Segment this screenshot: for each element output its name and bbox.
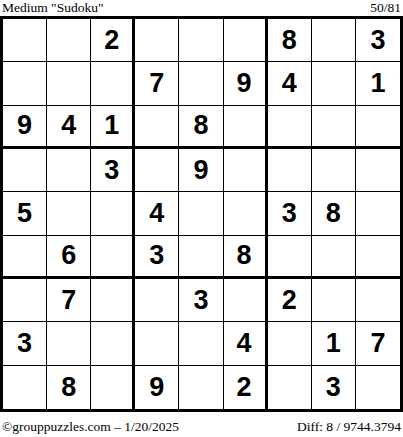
cell-r4c1-empty[interactable] <box>3 149 47 192</box>
puzzle-header: Medium "Sudoku" 50/81 <box>0 0 403 16</box>
cell-r4c2-empty[interactable] <box>47 149 91 192</box>
cell-r5c6-empty[interactable] <box>224 192 268 235</box>
cell-r3c3-given: 1 <box>91 106 135 149</box>
cell-r9c3-empty[interactable] <box>91 366 135 409</box>
cell-r1c4-empty[interactable] <box>135 19 179 62</box>
cell-r2c3-empty[interactable] <box>91 62 135 105</box>
cell-r7c6-empty[interactable] <box>224 279 268 322</box>
cell-r8c6-given: 4 <box>224 322 268 365</box>
cell-r1c5-empty[interactable] <box>179 19 223 62</box>
cell-r8c4-empty[interactable] <box>135 322 179 365</box>
cell-r8c8-given: 1 <box>312 322 356 365</box>
cell-r8c2-empty[interactable] <box>47 322 91 365</box>
cell-r5c4-given: 4 <box>135 192 179 235</box>
cell-r5c2-empty[interactable] <box>47 192 91 235</box>
cell-r9c7-empty[interactable] <box>268 366 312 409</box>
cell-r6c1-empty[interactable] <box>3 236 47 279</box>
cell-r3c9-empty[interactable] <box>356 106 400 149</box>
cell-r2c1-empty[interactable] <box>3 62 47 105</box>
cell-r5c8-given: 8 <box>312 192 356 235</box>
cell-r8c1-given: 3 <box>3 322 47 365</box>
cell-r3c2-given: 4 <box>47 106 91 149</box>
cell-r8c5-empty[interactable] <box>179 322 223 365</box>
cell-r2c6-given: 9 <box>224 62 268 105</box>
cell-r2c8-empty[interactable] <box>312 62 356 105</box>
cell-r9c2-given: 8 <box>47 366 91 409</box>
cell-r7c7-given: 2 <box>268 279 312 322</box>
cell-r6c8-empty[interactable] <box>312 236 356 279</box>
cell-r4c3-given: 3 <box>91 149 135 192</box>
cell-r4c7-empty[interactable] <box>268 149 312 192</box>
cell-r6c9-empty[interactable] <box>356 236 400 279</box>
cell-r8c3-empty[interactable] <box>91 322 135 365</box>
cell-r3c8-empty[interactable] <box>312 106 356 149</box>
cell-r5c5-empty[interactable] <box>179 192 223 235</box>
cell-r3c7-empty[interactable] <box>268 106 312 149</box>
puzzle-title: Medium "Sudoku" <box>2 0 103 16</box>
cell-r8c9-given: 7 <box>356 322 400 365</box>
cell-r6c4-given: 3 <box>135 236 179 279</box>
cell-r9c6-given: 2 <box>224 366 268 409</box>
puzzle-footer: ©grouppuzzles.com – 1/20/2025 Diff: 8 / … <box>0 419 403 435</box>
sudoku-board[interactable]: 2837941941839543863873234178923 <box>0 16 403 412</box>
cell-r4c9-empty[interactable] <box>356 149 400 192</box>
difficulty-text: Diff: 8 / 9744.3794 <box>297 419 401 435</box>
cell-r1c1-empty[interactable] <box>3 19 47 62</box>
cell-r3c4-empty[interactable] <box>135 106 179 149</box>
cell-r4c5-given: 9 <box>179 149 223 192</box>
cell-r6c2-given: 6 <box>47 236 91 279</box>
cell-r3c1-given: 9 <box>3 106 47 149</box>
cell-r4c8-empty[interactable] <box>312 149 356 192</box>
cell-r7c3-empty[interactable] <box>91 279 135 322</box>
cell-r1c2-empty[interactable] <box>47 19 91 62</box>
cell-r9c8-given: 3 <box>312 366 356 409</box>
cell-r6c7-empty[interactable] <box>268 236 312 279</box>
cell-r4c4-empty[interactable] <box>135 149 179 192</box>
cell-r2c2-empty[interactable] <box>47 62 91 105</box>
cell-r5c3-empty[interactable] <box>91 192 135 235</box>
cell-r7c9-empty[interactable] <box>356 279 400 322</box>
cell-r7c1-empty[interactable] <box>3 279 47 322</box>
cell-r5c1-given: 5 <box>3 192 47 235</box>
cell-r9c1-empty[interactable] <box>3 366 47 409</box>
cell-r1c8-empty[interactable] <box>312 19 356 62</box>
cell-r2c9-given: 1 <box>356 62 400 105</box>
cell-r5c9-empty[interactable] <box>356 192 400 235</box>
cell-r9c4-given: 9 <box>135 366 179 409</box>
cell-r7c8-empty[interactable] <box>312 279 356 322</box>
cell-r4c6-empty[interactable] <box>224 149 268 192</box>
cell-r7c2-given: 7 <box>47 279 91 322</box>
cell-r6c5-empty[interactable] <box>179 236 223 279</box>
cell-r2c7-given: 4 <box>268 62 312 105</box>
cell-r6c6-given: 8 <box>224 236 268 279</box>
cell-r7c4-empty[interactable] <box>135 279 179 322</box>
cell-r9c9-empty[interactable] <box>356 366 400 409</box>
cell-r1c3-given: 2 <box>91 19 135 62</box>
cell-r6c3-empty[interactable] <box>91 236 135 279</box>
cell-r3c5-given: 8 <box>179 106 223 149</box>
cell-r5c7-given: 3 <box>268 192 312 235</box>
cell-r8c7-empty[interactable] <box>268 322 312 365</box>
cell-r1c6-empty[interactable] <box>224 19 268 62</box>
cell-r2c5-empty[interactable] <box>179 62 223 105</box>
copyright-text: ©grouppuzzles.com – 1/20/2025 <box>2 419 179 435</box>
puzzle-page: Medium "Sudoku" 50/81 283794194183954386… <box>0 0 403 437</box>
cell-r9c5-empty[interactable] <box>179 366 223 409</box>
cell-r3c6-empty[interactable] <box>224 106 268 149</box>
cell-counter: 50/81 <box>370 0 401 16</box>
cell-r2c4-given: 7 <box>135 62 179 105</box>
cell-r7c5-given: 3 <box>179 279 223 322</box>
cell-r1c7-given: 8 <box>268 19 312 62</box>
cell-r1c9-given: 3 <box>356 19 400 62</box>
